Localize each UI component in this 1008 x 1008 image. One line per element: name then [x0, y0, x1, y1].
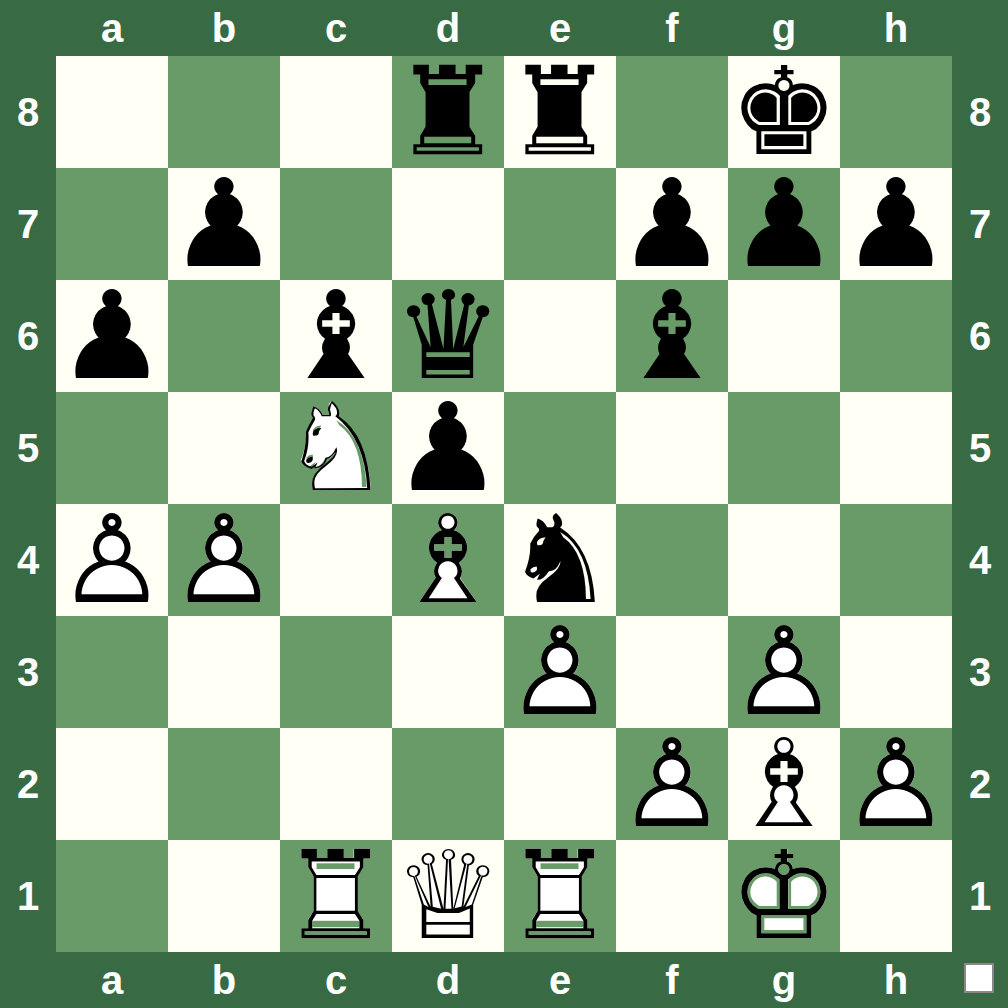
rank-label-6-right: 6	[952, 280, 1008, 392]
square-d8[interactable]: ♜	[392, 56, 504, 168]
file-label-b-bottom: b	[168, 952, 280, 1008]
square-d7[interactable]	[392, 168, 504, 280]
square-a1[interactable]	[56, 840, 168, 952]
piece-black-pawn[interactable]: ♟	[56, 280, 168, 392]
square-g6[interactable]	[728, 280, 840, 392]
square-h4[interactable]	[840, 504, 952, 616]
square-f4[interactable]	[616, 504, 728, 616]
file-label-f-top: f	[616, 0, 728, 56]
file-label-a-top: a	[56, 0, 168, 56]
file-label-h-bottom: h	[840, 952, 952, 1008]
square-e1[interactable]: ♜♖	[504, 840, 616, 952]
piece-white-bishop[interactable]: ♗	[392, 504, 504, 616]
file-label-f-bottom: f	[616, 952, 728, 1008]
piece-white-rook[interactable]: ♖	[280, 840, 392, 952]
square-e8[interactable]: ♜	[504, 56, 616, 168]
square-h7[interactable]: ♟	[840, 168, 952, 280]
square-g8[interactable]: ♚	[728, 56, 840, 168]
square-g2[interactable]: ♝♗	[728, 728, 840, 840]
square-a2[interactable]	[56, 728, 168, 840]
square-b2[interactable]	[168, 728, 280, 840]
piece-fill-layer: ♟	[504, 616, 616, 728]
file-labels-top: abcdefgh	[56, 0, 952, 56]
file-label-a-bottom: a	[56, 952, 168, 1008]
square-a8[interactable]	[56, 56, 168, 168]
piece-white-pawn[interactable]: ♙	[168, 504, 280, 616]
piece-black-bishop[interactable]: ♝	[616, 280, 728, 392]
square-h5[interactable]	[840, 392, 952, 504]
square-a6[interactable]: ♟	[56, 280, 168, 392]
file-labels-bottom: abcdefgh	[56, 952, 952, 1008]
piece-fill-layer: ♜	[280, 840, 392, 952]
square-g5[interactable]	[728, 392, 840, 504]
square-g3[interactable]: ♟♙	[728, 616, 840, 728]
piece-black-queen[interactable]: ♛	[392, 280, 504, 392]
rank-label-1-right: 1	[952, 840, 1008, 952]
rank-labels-left: 87654321	[0, 56, 56, 952]
white-to-move-indicator	[964, 963, 994, 993]
file-label-d-bottom: d	[392, 952, 504, 1008]
piece-white-pawn[interactable]: ♙	[504, 616, 616, 728]
square-g7[interactable]: ♟	[728, 168, 840, 280]
square-e5[interactable]	[504, 392, 616, 504]
square-f1[interactable]	[616, 840, 728, 952]
piece-fill-layer: ♟	[168, 504, 280, 616]
square-f7[interactable]: ♟	[616, 168, 728, 280]
piece-white-king[interactable]: ♔	[728, 840, 840, 952]
chessboard[interactable]: ♜♜♚♟♟♟♟♟♝♛♝♞♘♟♟♙♟♙♝♗♞♟♙♟♙♟♙♝♗♟♙♜♖♛♕♜♖♚♔	[56, 56, 952, 952]
square-d3[interactable]	[392, 616, 504, 728]
square-f8[interactable]	[616, 56, 728, 168]
piece-black-pawn[interactable]: ♟	[728, 168, 840, 280]
piece-fill-layer: ♝	[728, 728, 840, 840]
square-b4[interactable]: ♟♙	[168, 504, 280, 616]
square-d5[interactable]: ♟	[392, 392, 504, 504]
square-d2[interactable]	[392, 728, 504, 840]
square-c1[interactable]: ♜♖	[280, 840, 392, 952]
square-a4[interactable]: ♟♙	[56, 504, 168, 616]
rank-label-3-left: 3	[0, 616, 56, 728]
file-label-h-top: h	[840, 0, 952, 56]
square-a7[interactable]	[56, 168, 168, 280]
piece-white-pawn[interactable]: ♙	[840, 728, 952, 840]
square-c4[interactable]	[280, 504, 392, 616]
square-c5[interactable]: ♞♘	[280, 392, 392, 504]
square-e4[interactable]: ♞	[504, 504, 616, 616]
file-label-c-top: c	[280, 0, 392, 56]
piece-black-pawn[interactable]: ♟	[616, 168, 728, 280]
piece-black-pawn[interactable]: ♟	[840, 168, 952, 280]
rank-label-7-left: 7	[0, 168, 56, 280]
square-b1[interactable]	[168, 840, 280, 952]
rank-labels-right: 87654321	[952, 56, 1008, 952]
square-b3[interactable]	[168, 616, 280, 728]
square-c6[interactable]: ♝	[280, 280, 392, 392]
square-d1[interactable]: ♛♕	[392, 840, 504, 952]
piece-black-bishop[interactable]: ♝	[280, 280, 392, 392]
square-e6[interactable]	[504, 280, 616, 392]
piece-fill-layer: ♟	[840, 728, 952, 840]
square-b8[interactable]	[168, 56, 280, 168]
rank-label-4-left: 4	[0, 504, 56, 616]
rank-label-8-left: 8	[0, 56, 56, 168]
square-c3[interactable]	[280, 616, 392, 728]
piece-black-rook[interactable]: ♜	[504, 56, 616, 168]
rank-label-1-left: 1	[0, 840, 56, 952]
piece-black-pawn[interactable]: ♟	[392, 392, 504, 504]
piece-fill-layer: ♝	[392, 504, 504, 616]
square-f6[interactable]: ♝	[616, 280, 728, 392]
file-label-d-top: d	[392, 0, 504, 56]
piece-white-pawn[interactable]: ♙	[56, 504, 168, 616]
piece-fill-layer: ♟	[616, 728, 728, 840]
rank-label-6-left: 6	[0, 280, 56, 392]
piece-black-king[interactable]: ♚	[728, 56, 840, 168]
rank-label-8-right: 8	[952, 56, 1008, 168]
piece-fill-layer: ♜	[504, 840, 616, 952]
square-h6[interactable]	[840, 280, 952, 392]
square-f2[interactable]: ♟♙	[616, 728, 728, 840]
chessboard-frame: abcdefgh abcdefgh 87654321 87654321 ♜♜♚♟…	[0, 0, 1008, 1008]
square-f3[interactable]	[616, 616, 728, 728]
square-a3[interactable]	[56, 616, 168, 728]
piece-white-knight[interactable]: ♘	[280, 392, 392, 504]
piece-black-rook[interactable]: ♜	[392, 56, 504, 168]
file-label-b-top: b	[168, 0, 280, 56]
piece-white-bishop[interactable]: ♗	[728, 728, 840, 840]
rank-label-2-left: 2	[0, 728, 56, 840]
rank-label-4-right: 4	[952, 504, 1008, 616]
square-g4[interactable]	[728, 504, 840, 616]
file-label-e-bottom: e	[504, 952, 616, 1008]
rank-label-7-right: 7	[952, 168, 1008, 280]
file-label-c-bottom: c	[280, 952, 392, 1008]
square-b5[interactable]	[168, 392, 280, 504]
square-d6[interactable]: ♛	[392, 280, 504, 392]
square-h2[interactable]: ♟♙	[840, 728, 952, 840]
piece-fill-layer: ♚	[728, 840, 840, 952]
square-h8[interactable]	[840, 56, 952, 168]
piece-black-pawn[interactable]: ♟	[168, 168, 280, 280]
piece-fill-layer: ♟	[56, 504, 168, 616]
square-d4[interactable]: ♝♗	[392, 504, 504, 616]
square-c8[interactable]	[280, 56, 392, 168]
square-e2[interactable]	[504, 728, 616, 840]
piece-white-rook[interactable]: ♖	[504, 840, 616, 952]
rank-label-5-left: 5	[0, 392, 56, 504]
piece-fill-layer: ♛	[392, 840, 504, 952]
square-a5[interactable]	[56, 392, 168, 504]
square-g1[interactable]: ♚♔	[728, 840, 840, 952]
square-b7[interactable]: ♟	[168, 168, 280, 280]
square-f5[interactable]	[616, 392, 728, 504]
square-b6[interactable]	[168, 280, 280, 392]
rank-label-5-right: 5	[952, 392, 1008, 504]
rank-label-2-right: 2	[952, 728, 1008, 840]
piece-white-pawn[interactable]: ♙	[728, 616, 840, 728]
piece-white-pawn[interactable]: ♙	[616, 728, 728, 840]
piece-white-queen[interactable]: ♕	[392, 840, 504, 952]
square-e3[interactable]: ♟♙	[504, 616, 616, 728]
square-c2[interactable]	[280, 728, 392, 840]
rank-label-3-right: 3	[952, 616, 1008, 728]
piece-fill-layer: ♟	[728, 616, 840, 728]
piece-black-knight[interactable]: ♞	[504, 504, 616, 616]
square-h1[interactable]	[840, 840, 952, 952]
piece-fill-layer: ♞	[280, 392, 392, 504]
square-c7[interactable]	[280, 168, 392, 280]
file-label-g-top: g	[728, 0, 840, 56]
file-label-e-top: e	[504, 0, 616, 56]
square-h3[interactable]	[840, 616, 952, 728]
square-e7[interactable]	[504, 168, 616, 280]
file-label-g-bottom: g	[728, 952, 840, 1008]
